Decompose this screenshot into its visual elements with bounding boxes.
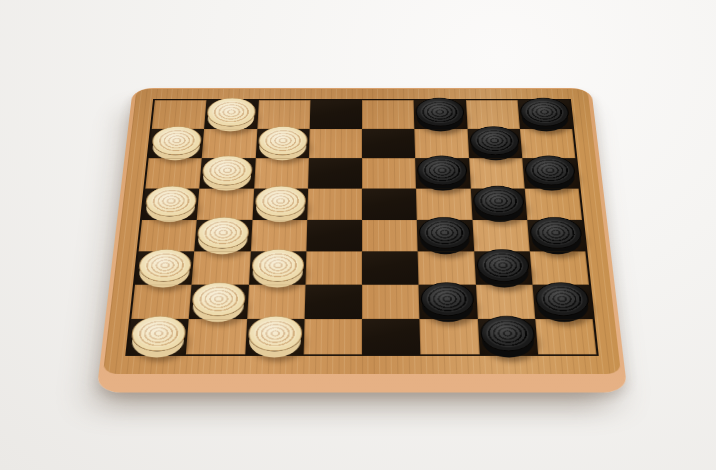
square-r2c1 — [149, 129, 205, 158]
checker-piece-black — [479, 316, 535, 351]
square-r3c5 — [362, 158, 416, 188]
square-r7c6 — [419, 285, 478, 319]
square-r2c4 — [309, 129, 362, 158]
checker-piece-light — [247, 316, 302, 351]
square-r1c7 — [466, 100, 520, 128]
checker-piece-black — [534, 282, 590, 316]
square-r5c2 — [194, 220, 252, 252]
square-r6c2 — [192, 252, 251, 285]
square-r8c7 — [477, 319, 538, 354]
checkers-board — [96, 88, 627, 393]
square-r4c3 — [252, 188, 308, 219]
square-r2c2 — [202, 129, 257, 158]
square-r3c3 — [254, 158, 309, 188]
square-r2c6 — [415, 129, 469, 158]
square-r8c6 — [420, 319, 480, 354]
square-r3c6 — [415, 158, 470, 188]
square-r6c1 — [135, 252, 194, 285]
board-wood-surface — [103, 89, 621, 374]
square-r1c1 — [152, 100, 207, 128]
checker-piece-light — [191, 282, 246, 316]
checker-piece-black — [529, 217, 583, 249]
checker-piece-black — [519, 98, 570, 126]
checker-piece-light — [257, 126, 307, 155]
square-r3c2 — [200, 158, 256, 188]
board-grid — [128, 100, 597, 354]
photo-background — [0, 0, 716, 470]
square-r3c8 — [522, 158, 579, 188]
checker-piece-black — [476, 249, 530, 282]
checker-piece-black — [416, 98, 465, 126]
checker-piece-light — [206, 98, 256, 126]
square-r4c7 — [470, 188, 527, 219]
checker-piece-light — [144, 186, 197, 217]
square-r7c5 — [362, 285, 420, 319]
square-r7c1 — [131, 285, 191, 319]
checker-piece-black — [417, 156, 468, 186]
square-r7c2 — [189, 285, 249, 319]
square-r4c2 — [197, 188, 254, 219]
square-r6c3 — [248, 252, 306, 285]
square-r5c6 — [417, 220, 474, 252]
square-r4c8 — [524, 188, 582, 219]
square-r7c8 — [532, 285, 592, 319]
square-r1c8 — [517, 100, 572, 128]
square-r1c3 — [257, 100, 310, 128]
square-r2c7 — [467, 129, 522, 158]
square-r6c4 — [305, 252, 362, 285]
checker-piece-light — [254, 186, 306, 217]
square-r8c4 — [303, 319, 362, 354]
checker-piece-black — [472, 186, 525, 217]
square-r2c3 — [255, 129, 309, 158]
checker-piece-light — [130, 316, 187, 351]
checker-piece-black — [421, 282, 475, 316]
checker-piece-light — [151, 126, 203, 155]
square-r8c8 — [535, 319, 596, 354]
square-r2c8 — [520, 129, 576, 158]
square-r5c8 — [527, 220, 585, 252]
checker-piece-light — [137, 249, 192, 282]
square-r2c5 — [362, 129, 415, 158]
square-r1c6 — [414, 100, 467, 128]
square-r5c3 — [250, 220, 307, 252]
checker-piece-black — [469, 126, 520, 155]
checker-piece-light — [197, 217, 250, 249]
square-r7c4 — [304, 285, 362, 319]
square-r8c5 — [362, 319, 421, 354]
square-r3c7 — [469, 158, 525, 188]
square-r3c4 — [308, 158, 362, 188]
square-r1c4 — [309, 100, 362, 128]
square-r6c7 — [474, 252, 533, 285]
square-r6c6 — [418, 252, 476, 285]
square-r6c8 — [530, 252, 589, 285]
square-r3c1 — [145, 158, 202, 188]
board-edge — [96, 88, 627, 393]
square-r6c5 — [362, 252, 419, 285]
square-r8c1 — [128, 319, 189, 354]
board-frame-line — [125, 99, 599, 356]
square-r5c7 — [472, 220, 530, 252]
square-r1c2 — [204, 100, 258, 128]
square-r5c4 — [306, 220, 362, 252]
square-r8c3 — [245, 319, 305, 354]
square-r5c5 — [362, 220, 418, 252]
checker-piece-light — [251, 249, 304, 282]
square-r4c4 — [307, 188, 362, 219]
square-r8c2 — [186, 319, 247, 354]
checker-piece-black — [419, 217, 472, 249]
checker-piece-light — [202, 156, 254, 186]
square-r5c1 — [139, 220, 197, 252]
square-r4c1 — [142, 188, 200, 219]
square-r4c5 — [362, 188, 417, 219]
checker-piece-black — [524, 156, 577, 186]
square-r4c6 — [416, 188, 472, 219]
square-r7c7 — [476, 285, 536, 319]
square-r7c3 — [247, 285, 306, 319]
square-r1c5 — [362, 100, 415, 128]
